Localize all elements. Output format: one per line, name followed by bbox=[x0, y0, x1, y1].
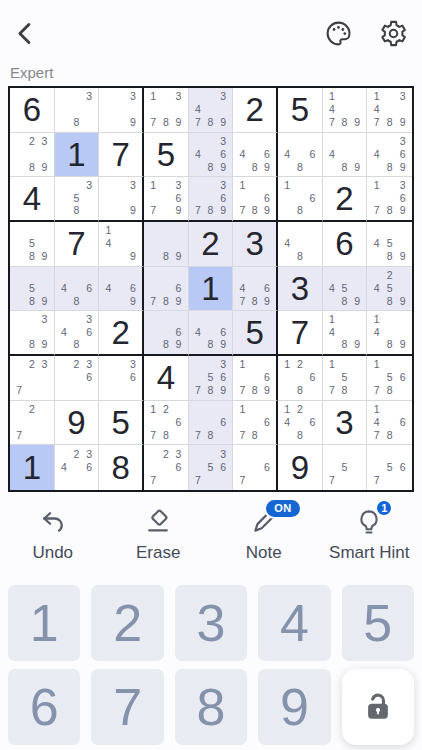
note-digit: 2 bbox=[26, 403, 39, 416]
note-digit: 7 bbox=[326, 116, 339, 129]
note-digit: 6 bbox=[172, 282, 185, 295]
note-digit: 1 bbox=[147, 90, 160, 103]
cell-r6c1[interactable]: 389 bbox=[10, 311, 55, 356]
theme-button[interactable] bbox=[322, 17, 355, 53]
note-digit: 8 bbox=[160, 338, 173, 351]
cell-r5c5[interactable]: 1 bbox=[189, 267, 234, 312]
cell-r2c7[interactable]: 468 bbox=[278, 133, 323, 178]
note-digit: 9 bbox=[396, 116, 409, 129]
note-digit: 6 bbox=[127, 371, 139, 384]
note-digit: 6 bbox=[306, 148, 319, 161]
cell-r4c1[interactable]: 589 bbox=[10, 222, 55, 267]
note-digit: 8 bbox=[70, 338, 83, 351]
cell-r4c2[interactable]: 7 bbox=[55, 222, 100, 267]
note-digit: 9 bbox=[38, 294, 51, 307]
cell-notes: 678 bbox=[189, 401, 233, 445]
cell-r7c6[interactable]: 16789 bbox=[233, 356, 278, 401]
note-digit: 6 bbox=[306, 192, 319, 205]
cell-r7c8[interactable]: 1578 bbox=[323, 356, 368, 401]
note-digit: 1 bbox=[326, 358, 339, 371]
note-digit: 6 bbox=[306, 371, 319, 384]
cell-value: 1 bbox=[10, 445, 54, 490]
note-digit: 5 bbox=[383, 371, 396, 384]
note-digit: 9 bbox=[396, 204, 409, 217]
cell-value: 9 bbox=[278, 445, 322, 490]
cell-r1c7[interactable]: 5 bbox=[278, 88, 323, 133]
cell-notes: 39 bbox=[99, 88, 142, 132]
note-digit: 3 bbox=[217, 358, 230, 371]
cell-r3c8[interactable]: 2 bbox=[323, 177, 368, 222]
cell-r3c5[interactable]: 36789 bbox=[189, 177, 234, 222]
cell-r9c8[interactable]: 57 bbox=[323, 445, 368, 490]
note-digit: 2 bbox=[294, 358, 307, 371]
cell-r3c4[interactable]: 13679 bbox=[144, 177, 189, 222]
note-digit: 4 bbox=[58, 282, 71, 295]
note-digit: 9 bbox=[172, 204, 185, 217]
note-digit: 3 bbox=[127, 358, 139, 371]
eraser-icon bbox=[144, 508, 172, 536]
cell-r1c1[interactable]: 6 bbox=[10, 88, 55, 133]
cell-r2c2[interactable]: 1 bbox=[55, 133, 100, 178]
cell-notes: 468 bbox=[278, 133, 322, 177]
note-digit: 7 bbox=[236, 474, 248, 487]
key-9[interactable]: 9 bbox=[258, 669, 330, 745]
cell-value: 7 bbox=[55, 222, 99, 266]
note-digit: 3 bbox=[396, 179, 409, 192]
note-digit: 5 bbox=[70, 192, 83, 205]
note-digit: 8 bbox=[249, 428, 261, 441]
note-digit: 6 bbox=[261, 192, 273, 205]
note-digit: 4 bbox=[370, 326, 383, 339]
header-actions bbox=[322, 17, 410, 53]
note-digit: 1 bbox=[370, 90, 383, 103]
cell-value: 2 bbox=[99, 311, 142, 354]
cell-notes: 469 bbox=[99, 267, 142, 311]
note-digit: 6 bbox=[217, 416, 230, 429]
cell-r7c7[interactable]: 1268 bbox=[278, 356, 323, 401]
cell-r1c2[interactable]: 38 bbox=[55, 88, 100, 133]
undo-button[interactable]: Undo bbox=[0, 508, 106, 563]
cell-notes: 12468 bbox=[278, 401, 322, 445]
open-padlock-icon bbox=[362, 691, 394, 723]
cell-notes: 34789 bbox=[189, 88, 233, 132]
key-7[interactable]: 7 bbox=[91, 669, 163, 745]
note-digit: 8 bbox=[249, 160, 261, 173]
cell-r5c6[interactable]: 46789 bbox=[233, 267, 278, 312]
cell-notes: 4689 bbox=[233, 133, 276, 177]
note-digit: 8 bbox=[338, 294, 351, 307]
cell-r9c3[interactable]: 8 bbox=[99, 445, 144, 490]
note-digit: 1 bbox=[236, 358, 248, 371]
cell-r5c7[interactable]: 3 bbox=[278, 267, 323, 312]
note-digit: 3 bbox=[217, 179, 230, 192]
note-digit: 4 bbox=[102, 282, 114, 295]
cell-r1c4[interactable]: 13789 bbox=[144, 88, 189, 133]
note-digit: 7 bbox=[370, 204, 383, 217]
cell-notes: 1268 bbox=[278, 356, 322, 400]
note-digit: 7 bbox=[147, 294, 160, 307]
note-digit: 1 bbox=[281, 179, 294, 192]
note-digit: 9 bbox=[172, 338, 185, 351]
note-digit: 8 bbox=[294, 384, 307, 397]
note-digit: 4 bbox=[192, 326, 205, 339]
cell-r2c9[interactable]: 34689 bbox=[367, 133, 412, 178]
cell-value: 7 bbox=[278, 311, 322, 354]
cell-r7c5[interactable]: 356789 bbox=[189, 356, 234, 401]
cell-r2c5[interactable]: 34689 bbox=[189, 133, 234, 178]
note-digit: 9 bbox=[217, 384, 230, 397]
note-digit: 1 bbox=[102, 224, 114, 237]
cell-notes: 168 bbox=[278, 177, 322, 220]
note-digit: 8 bbox=[383, 250, 396, 263]
note-digit: 7 bbox=[147, 428, 160, 441]
note-digit: 7 bbox=[326, 384, 339, 397]
cell-r5c9[interactable]: 24589 bbox=[367, 267, 412, 312]
cell-value: 4 bbox=[10, 177, 54, 220]
note-digit: 1 bbox=[236, 403, 248, 416]
cell-r3c2[interactable]: 358 bbox=[55, 177, 100, 222]
cell-r5c3[interactable]: 469 bbox=[99, 267, 144, 312]
key-6[interactable]: 6 bbox=[8, 669, 80, 745]
smart-hint-button[interactable]: 1 Smart Hint bbox=[317, 508, 422, 563]
palette-icon bbox=[324, 19, 353, 51]
note-digit: 9 bbox=[351, 294, 364, 307]
cell-notes: 4589 bbox=[323, 267, 367, 311]
cell-r6c3[interactable]: 2 bbox=[99, 311, 144, 356]
note-digit: 5 bbox=[383, 237, 396, 250]
cell-r1c9[interactable]: 134789 bbox=[367, 88, 412, 133]
note-digit: 8 bbox=[383, 204, 396, 217]
undo-arrow-icon bbox=[39, 508, 67, 536]
cell-notes: 1489 bbox=[323, 311, 367, 354]
cell-r2c8[interactable]: 489 bbox=[323, 133, 368, 178]
note-digit: 6 bbox=[261, 282, 273, 295]
cell-r5c8[interactable]: 4589 bbox=[323, 267, 368, 312]
cell-r3c7[interactable]: 168 bbox=[278, 177, 323, 222]
cell-notes: 389 bbox=[10, 311, 54, 354]
note-digit: 7 bbox=[370, 474, 383, 487]
note-digit: 8 bbox=[26, 338, 39, 351]
note-digit: 4 bbox=[370, 416, 383, 429]
note-digit: 5 bbox=[383, 461, 396, 474]
note-digit: 6 bbox=[396, 416, 409, 429]
note-digit: 6 bbox=[172, 192, 185, 205]
cell-r4c4[interactable]: 89 bbox=[144, 222, 189, 267]
cell-r5c4[interactable]: 6789 bbox=[144, 267, 189, 312]
cell-value: 2 bbox=[189, 222, 233, 266]
cell-notes: 36 bbox=[99, 356, 142, 400]
cell-notes: 489 bbox=[323, 133, 367, 177]
cell-notes: 38 bbox=[55, 88, 99, 132]
note-digit: 8 bbox=[294, 204, 307, 217]
cell-r3c6[interactable]: 16789 bbox=[233, 177, 278, 222]
cell-r4c6[interactable]: 3 bbox=[233, 222, 278, 267]
note-digit: 2 bbox=[26, 135, 39, 148]
note-digit: 8 bbox=[249, 294, 261, 307]
note-digit: 8 bbox=[204, 338, 217, 351]
cell-r9c9[interactable]: 567 bbox=[367, 445, 412, 490]
note-digit: 8 bbox=[70, 204, 83, 217]
note-digit: 5 bbox=[383, 282, 396, 295]
cell-r1c3[interactable]: 39 bbox=[99, 88, 144, 133]
note-digit: 3 bbox=[217, 447, 230, 460]
lightbulb-icon: 1 bbox=[355, 508, 383, 536]
note-digit: 3 bbox=[217, 135, 230, 148]
note-digit: 6 bbox=[172, 416, 185, 429]
cell-r9c7[interactable]: 9 bbox=[278, 445, 323, 490]
key-8[interactable]: 8 bbox=[175, 669, 247, 745]
note-digit: 2 bbox=[26, 358, 39, 371]
cell-notes: 14789 bbox=[323, 88, 367, 132]
note-digit: 3 bbox=[127, 179, 139, 192]
cell-r6c9[interactable]: 1489 bbox=[367, 311, 412, 356]
undo-label: Undo bbox=[32, 543, 73, 563]
note-digit: 6 bbox=[396, 192, 409, 205]
pencil-icon: ON bbox=[250, 508, 278, 536]
cell-notes: 67 bbox=[233, 445, 276, 490]
cell-r3c9[interactable]: 136789 bbox=[367, 177, 412, 222]
note-digit: 7 bbox=[236, 384, 248, 397]
cell-notes: 356789 bbox=[189, 356, 233, 400]
cell-notes: 4589 bbox=[367, 222, 412, 266]
note-digit: 2 bbox=[70, 358, 83, 371]
cell-r5c1[interactable]: 589 bbox=[10, 267, 55, 312]
note-digit: 7 bbox=[192, 474, 205, 487]
note-digit: 8 bbox=[160, 428, 173, 441]
cell-r2c3[interactable]: 7 bbox=[99, 133, 144, 178]
smart-hint-label: Smart Hint bbox=[329, 543, 409, 563]
note-digit: 6 bbox=[83, 461, 96, 474]
note-digit: 4 bbox=[281, 148, 294, 161]
cell-r3c3[interactable]: 39 bbox=[99, 177, 144, 222]
note-digit: 4 bbox=[370, 282, 383, 295]
cell-value: 6 bbox=[10, 88, 54, 132]
cell-r7c3[interactable]: 36 bbox=[99, 356, 144, 401]
erase-button[interactable]: Erase bbox=[106, 508, 212, 563]
key-4[interactable]: 4 bbox=[258, 585, 330, 661]
note-digit: 8 bbox=[204, 116, 217, 129]
note-digit: 3 bbox=[83, 90, 96, 103]
note-digit: 3 bbox=[83, 179, 96, 192]
cell-r8c4[interactable]: 12678 bbox=[144, 401, 189, 446]
note-digit: 4 bbox=[236, 282, 248, 295]
cell-value: 2 bbox=[323, 177, 367, 220]
cell-notes: 15678 bbox=[367, 356, 412, 400]
note-digit: 1 bbox=[326, 313, 339, 326]
cell-notes: 468 bbox=[55, 267, 99, 311]
key-2[interactable]: 2 bbox=[91, 585, 163, 661]
cell-r6c6[interactable]: 5 bbox=[233, 311, 278, 356]
cell-r9c6[interactable]: 67 bbox=[233, 445, 278, 490]
cell-r4c9[interactable]: 4589 bbox=[367, 222, 412, 267]
cell-r1c8[interactable]: 14789 bbox=[323, 88, 368, 133]
note-digit: 9 bbox=[127, 294, 139, 307]
cell-r8c8[interactable]: 3 bbox=[323, 401, 368, 446]
cell-r6c4[interactable]: 689 bbox=[144, 311, 189, 356]
note-digit: 9 bbox=[38, 250, 51, 263]
cell-notes: 6789 bbox=[144, 267, 188, 311]
cell-notes: 358 bbox=[55, 177, 99, 220]
note-digit: 9 bbox=[396, 338, 409, 351]
cell-notes: 48 bbox=[278, 222, 322, 266]
cell-r9c1[interactable]: 1 bbox=[10, 445, 55, 490]
note-button[interactable]: ON Note bbox=[211, 508, 317, 563]
note-digit: 1 bbox=[236, 179, 248, 192]
note-digit: 8 bbox=[26, 250, 39, 263]
note-digit: 6 bbox=[396, 371, 409, 384]
note-digit: 8 bbox=[294, 250, 307, 263]
note-digit: 8 bbox=[338, 338, 351, 351]
note-digit: 7 bbox=[236, 204, 248, 217]
settings-button[interactable] bbox=[377, 17, 410, 53]
note-digit: 8 bbox=[70, 116, 83, 129]
note-digit: 9 bbox=[396, 160, 409, 173]
back-button[interactable] bbox=[10, 18, 41, 52]
note-digit: 5 bbox=[26, 282, 39, 295]
note-digit: 6 bbox=[83, 326, 96, 339]
cell-r4c8[interactable]: 6 bbox=[323, 222, 368, 267]
key-1[interactable]: 1 bbox=[8, 585, 80, 661]
note-on-badge: ON bbox=[264, 498, 302, 519]
cell-notes: 13679 bbox=[144, 177, 188, 220]
note-digit: 2 bbox=[294, 403, 307, 416]
note-digit: 9 bbox=[172, 294, 185, 307]
note-digit: 2 bbox=[160, 403, 173, 416]
note-digit: 7 bbox=[370, 384, 383, 397]
cell-notes: 567 bbox=[367, 445, 412, 490]
note-digit: 1 bbox=[370, 358, 383, 371]
note-digit: 4 bbox=[58, 461, 71, 474]
note-digit: 8 bbox=[70, 294, 83, 307]
note-digit: 7 bbox=[192, 428, 205, 441]
difficulty-label: Expert bbox=[0, 58, 422, 86]
note-digit: 6 bbox=[217, 371, 230, 384]
top-bar bbox=[0, 0, 422, 58]
note-digit: 8 bbox=[383, 428, 396, 441]
note-digit: 8 bbox=[249, 204, 261, 217]
cell-r1c5[interactable]: 34789 bbox=[189, 88, 234, 133]
note-digit: 8 bbox=[160, 116, 173, 129]
cell-notes: 236 bbox=[55, 356, 99, 400]
cell-r9c2[interactable]: 2346 bbox=[55, 445, 100, 490]
cell-notes: 3468 bbox=[55, 311, 99, 354]
key-5[interactable]: 5 bbox=[342, 585, 414, 661]
cell-r6c7[interactable]: 7 bbox=[278, 311, 323, 356]
note-digit: 7 bbox=[236, 428, 248, 441]
cell-r8c5[interactable]: 678 bbox=[189, 401, 234, 446]
cell-r7c2[interactable]: 236 bbox=[55, 356, 100, 401]
cell-r3c1[interactable]: 4 bbox=[10, 177, 55, 222]
cell-notes: 16789 bbox=[233, 177, 276, 220]
note-digit: 7 bbox=[370, 428, 383, 441]
cell-r8c6[interactable]: 1678 bbox=[233, 401, 278, 446]
number-pad: 123456789 bbox=[8, 585, 414, 745]
cell-r1c6[interactable]: 2 bbox=[233, 88, 278, 133]
cell-notes: 689 bbox=[144, 311, 188, 354]
cell-value: 5 bbox=[99, 401, 142, 445]
note-label: Note bbox=[246, 543, 282, 563]
note-digit: 7 bbox=[147, 474, 160, 487]
cell-r6c5[interactable]: 4689 bbox=[189, 311, 234, 356]
note-digit: 3 bbox=[83, 313, 96, 326]
key-3[interactable]: 3 bbox=[175, 585, 247, 661]
cell-r2c1[interactable]: 2389 bbox=[10, 133, 55, 178]
cell-value: 1 bbox=[189, 267, 233, 311]
note-digit: 6 bbox=[306, 416, 319, 429]
cell-r8c3[interactable]: 5 bbox=[99, 401, 144, 446]
cell-r6c8[interactable]: 1489 bbox=[323, 311, 368, 356]
cell-r8c1[interactable]: 27 bbox=[10, 401, 55, 446]
note-digit: 8 bbox=[338, 160, 351, 173]
note-digit: 9 bbox=[172, 116, 185, 129]
cell-r7c4[interactable]: 4 bbox=[144, 356, 189, 401]
note-digit: 3 bbox=[38, 358, 51, 371]
cell-value: 6 bbox=[323, 222, 367, 266]
note-digit: 1 bbox=[326, 90, 339, 103]
note-digit: 3 bbox=[127, 90, 139, 103]
note-digit: 8 bbox=[383, 294, 396, 307]
note-digit: 2 bbox=[383, 269, 396, 282]
note-digit: 9 bbox=[127, 204, 139, 217]
note-digit: 3 bbox=[217, 90, 230, 103]
note-digit: 8 bbox=[294, 428, 307, 441]
cell-notes: 3567 bbox=[189, 445, 233, 490]
cell-value: 4 bbox=[144, 356, 188, 400]
note-digit: 6 bbox=[83, 282, 96, 295]
note-digit: 6 bbox=[172, 326, 185, 339]
note-digit: 8 bbox=[26, 294, 39, 307]
cell-r8c9[interactable]: 14678 bbox=[367, 401, 412, 446]
cell-notes: 36789 bbox=[189, 177, 233, 220]
cell-r9c4[interactable]: 2367 bbox=[144, 445, 189, 490]
cell-r6c2[interactable]: 3468 bbox=[55, 311, 100, 356]
cell-notes: 237 bbox=[10, 356, 54, 400]
cell-r7c9[interactable]: 15678 bbox=[367, 356, 412, 401]
note-digit: 9 bbox=[351, 160, 364, 173]
cell-r4c3[interactable]: 149 bbox=[99, 222, 144, 267]
cell-notes: 14678 bbox=[367, 401, 412, 445]
cell-r9c5[interactable]: 3567 bbox=[189, 445, 234, 490]
note-digit: 4 bbox=[326, 148, 339, 161]
cell-value: 1 bbox=[55, 133, 99, 177]
back-chevron-icon bbox=[12, 20, 39, 50]
cell-notes: 13789 bbox=[144, 88, 188, 132]
note-digit: 1 bbox=[281, 403, 294, 416]
cell-r7c1[interactable]: 237 bbox=[10, 356, 55, 401]
note-digit: 8 bbox=[383, 116, 396, 129]
note-digit: 3 bbox=[38, 135, 51, 148]
cell-notes: 46789 bbox=[233, 267, 276, 311]
cell-r5c2[interactable]: 468 bbox=[55, 267, 100, 312]
cell-notes: 589 bbox=[10, 222, 54, 266]
cell-notes: 4689 bbox=[189, 311, 233, 354]
cell-r8c2[interactable]: 9 bbox=[55, 401, 100, 446]
lock-key[interactable] bbox=[342, 669, 414, 745]
note-digit: 5 bbox=[338, 461, 351, 474]
cell-r4c5[interactable]: 2 bbox=[189, 222, 234, 267]
note-digit: 7 bbox=[326, 474, 339, 487]
cell-r8c7[interactable]: 12468 bbox=[278, 401, 323, 446]
note-digit: 8 bbox=[338, 384, 351, 397]
cell-r4c7[interactable]: 48 bbox=[278, 222, 323, 267]
note-digit: 6 bbox=[217, 148, 230, 161]
note-digit: 5 bbox=[26, 237, 39, 250]
note-digit: 9 bbox=[351, 116, 364, 129]
cell-r2c4[interactable]: 5 bbox=[144, 133, 189, 178]
note-digit: 6 bbox=[396, 148, 409, 161]
cell-r2c6[interactable]: 4689 bbox=[233, 133, 278, 178]
cell-notes: 2367 bbox=[144, 445, 188, 490]
